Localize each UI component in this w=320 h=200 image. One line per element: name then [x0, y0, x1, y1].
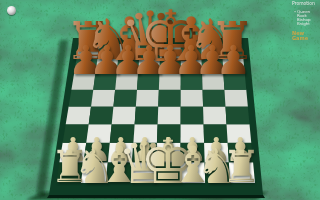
square-h5[interactable] [224, 90, 247, 107]
piece-black-pawn-h7[interactable]: ♟ [216, 40, 252, 80]
promotion-menu-title: Promotion [292, 1, 320, 6]
square-e5[interactable] [158, 90, 180, 107]
square-c4[interactable] [112, 107, 136, 125]
square-c5[interactable] [113, 90, 137, 107]
square-g4[interactable] [203, 107, 226, 125]
piece-white-rook-h1[interactable]: ♜ [222, 145, 261, 189]
menu-item-label: Knight [297, 21, 310, 25]
square-e4[interactable] [158, 107, 181, 125]
square-g5[interactable] [203, 90, 226, 107]
square-b4[interactable] [89, 107, 114, 125]
new-game-button[interactable]: New Game [292, 30, 320, 41]
menu-item-knight[interactable]: Knight [292, 21, 320, 25]
square-h4[interactable] [225, 107, 249, 125]
chess-app-window: ♜♞♝♛♚♝♞♜♟♟♟♟♟♟♟♟♟♟♟♟♟♟♟♟♜♞♝♛♚♝♞♜ Promoti… [0, 0, 320, 200]
square-d4[interactable] [135, 107, 159, 125]
square-f4[interactable] [181, 107, 204, 125]
promotion-menu: Promotion • Queen Rook Bishop Knight New… [292, 1, 320, 41]
square-b5[interactable] [91, 90, 115, 107]
square-d5[interactable] [136, 90, 159, 107]
square-f5[interactable] [181, 90, 203, 107]
square-a5[interactable] [69, 90, 94, 107]
square-a4[interactable] [66, 107, 91, 125]
sphere-logo-icon[interactable] [7, 6, 16, 15]
